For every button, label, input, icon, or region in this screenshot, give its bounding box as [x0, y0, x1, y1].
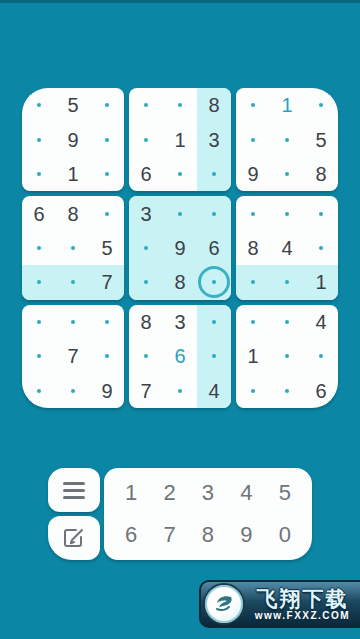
- user-number: 6: [174, 346, 185, 366]
- sudoku-app-screen: 59181361598685739688417983674416 1234567…: [0, 0, 360, 639]
- empty-cell-dot: [212, 172, 216, 176]
- cell-r2c5[interactable]: 1: [163, 122, 197, 156]
- given-number: 1: [315, 272, 326, 292]
- box-3-2: 83674: [129, 305, 231, 408]
- empty-cell-dot: [285, 354, 289, 358]
- cell-r7c7[interactable]: [236, 305, 270, 339]
- cell-r2c1[interactable]: [22, 122, 56, 156]
- empty-cell-dot: [37, 138, 41, 142]
- cell-r3c1[interactable]: [22, 157, 56, 191]
- cell-r6c8[interactable]: [270, 265, 304, 299]
- given-number: 7: [67, 346, 78, 366]
- cell-r9c9[interactable]: 6: [304, 374, 338, 408]
- cell-r8c3[interactable]: [90, 339, 124, 373]
- cell-r7c3[interactable]: [90, 305, 124, 339]
- cell-r4c2[interactable]: 8: [56, 196, 90, 230]
- cell-r7c9[interactable]: 4: [304, 305, 338, 339]
- cell-r7c6[interactable]: [197, 305, 231, 339]
- cell-r7c4[interactable]: 8: [129, 305, 163, 339]
- empty-cell-dot: [144, 103, 148, 107]
- empty-cell-dot: [37, 172, 41, 176]
- given-number: 5: [67, 95, 78, 115]
- empty-cell-dot: [105, 320, 109, 324]
- given-number: 7: [140, 381, 151, 401]
- given-number: 6: [140, 164, 151, 184]
- given-number: 8: [67, 204, 78, 224]
- empty-cell-dot: [37, 354, 41, 358]
- given-number: 3: [208, 130, 219, 150]
- cell-r3c6[interactable]: [197, 157, 231, 191]
- cell-r9c3[interactable]: 9: [90, 374, 124, 408]
- menu-button[interactable]: [48, 468, 100, 512]
- given-number: 4: [208, 381, 219, 401]
- empty-cell-dot: [251, 280, 255, 284]
- given-number: 7: [101, 272, 112, 292]
- cell-r2c8[interactable]: [270, 122, 304, 156]
- watermark-title: 飞翔下载: [257, 588, 349, 609]
- selection-ring: [198, 266, 230, 298]
- number-keypad: 1234567890: [104, 468, 312, 560]
- empty-cell-dot: [251, 103, 255, 107]
- empty-cell-dot: [178, 212, 182, 216]
- cell-r1c3[interactable]: [90, 88, 124, 122]
- given-number: 3: [174, 312, 185, 332]
- pencil-edit-icon: [62, 526, 86, 550]
- cell-r6c9[interactable]: 1: [304, 265, 338, 299]
- given-number: 1: [174, 130, 185, 150]
- empty-cell-dot: [319, 103, 323, 107]
- cell-r4c4[interactable]: 3: [129, 196, 163, 230]
- cell-r6c6[interactable]: [197, 265, 231, 299]
- empty-cell-dot: [37, 246, 41, 250]
- empty-cell-dot: [212, 354, 216, 358]
- cell-r5c6[interactable]: 6: [197, 231, 231, 265]
- given-number: 4: [281, 238, 292, 258]
- empty-cell-dot: [37, 280, 41, 284]
- cell-r9c7[interactable]: [236, 374, 270, 408]
- cell-r9c1[interactable]: [22, 374, 56, 408]
- given-number: 3: [140, 204, 151, 224]
- cell-r1c9[interactable]: [304, 88, 338, 122]
- cell-r2c7[interactable]: [236, 122, 270, 156]
- watermark-text: 飞翔下载 www.FXXZ.COM: [245, 588, 360, 621]
- key-2[interactable]: 2: [150, 472, 188, 514]
- cell-r1c6[interactable]: 8: [197, 88, 231, 122]
- empty-cell-dot: [105, 103, 109, 107]
- empty-cell-dot: [178, 103, 182, 107]
- empty-cell-dot: [251, 212, 255, 216]
- empty-cell-dot: [251, 138, 255, 142]
- empty-cell-dot: [178, 172, 182, 176]
- empty-cell-dot: [71, 320, 75, 324]
- cell-r6c4[interactable]: [129, 265, 163, 299]
- cell-r3c2[interactable]: 1: [56, 157, 90, 191]
- given-number: 8: [140, 312, 151, 332]
- cell-r6c7[interactable]: [236, 265, 270, 299]
- key-4[interactable]: 4: [227, 472, 265, 514]
- empty-cell-dot: [37, 103, 41, 107]
- given-number: 9: [247, 164, 258, 184]
- cell-r7c5[interactable]: 3: [163, 305, 197, 339]
- cell-r2c4[interactable]: [129, 122, 163, 156]
- cell-r4c3[interactable]: [90, 196, 124, 230]
- given-number: 9: [174, 238, 185, 258]
- given-number: 9: [67, 130, 78, 150]
- cell-r5c1[interactable]: [22, 231, 56, 265]
- cell-r5c5[interactable]: 9: [163, 231, 197, 265]
- given-number: 6: [208, 238, 219, 258]
- empty-cell-dot: [144, 246, 148, 250]
- cell-r1c8[interactable]: 1: [270, 88, 304, 122]
- empty-cell-dot: [285, 212, 289, 216]
- watermark-url: www.FXXZ.COM: [255, 611, 350, 621]
- cell-r8c6[interactable]: [197, 339, 231, 373]
- key-5[interactable]: 5: [266, 472, 304, 514]
- cell-r8c5[interactable]: 6: [163, 339, 197, 373]
- empty-cell-dot: [285, 389, 289, 393]
- box-3-1: 79: [22, 305, 124, 408]
- box-1-1: 591: [22, 88, 124, 191]
- cell-r1c2[interactable]: 5: [56, 88, 90, 122]
- cell-r3c5[interactable]: [163, 157, 197, 191]
- cell-r9c8[interactable]: [270, 374, 304, 408]
- empty-cell-dot: [71, 280, 75, 284]
- watermark-logo-icon: [203, 583, 245, 625]
- cell-r1c7[interactable]: [236, 88, 270, 122]
- empty-cell-dot: [285, 172, 289, 176]
- cell-r1c1[interactable]: [22, 88, 56, 122]
- cell-r7c1[interactable]: [22, 305, 56, 339]
- empty-cell-dot: [285, 138, 289, 142]
- cell-r8c7[interactable]: 1: [236, 339, 270, 373]
- cell-r4c1[interactable]: 6: [22, 196, 56, 230]
- cell-r9c6[interactable]: 4: [197, 374, 231, 408]
- empty-cell-dot: [319, 246, 323, 250]
- given-number: 8: [315, 164, 326, 184]
- cell-r8c8[interactable]: [270, 339, 304, 373]
- notes-edit-button[interactable]: [48, 516, 100, 560]
- empty-cell-dot: [212, 320, 216, 324]
- cell-r8c1[interactable]: [22, 339, 56, 373]
- box-2-1: 6857: [22, 196, 124, 299]
- cell-r7c8[interactable]: [270, 305, 304, 339]
- box-2-3: 841: [236, 196, 338, 299]
- cell-r5c7[interactable]: 8: [236, 231, 270, 265]
- key-0[interactable]: 0: [266, 514, 304, 556]
- given-number: 1: [67, 164, 78, 184]
- given-number: 6: [315, 381, 326, 401]
- given-number: 8: [174, 272, 185, 292]
- empty-cell-dot: [178, 389, 182, 393]
- cell-r3c9[interactable]: 8: [304, 157, 338, 191]
- box-1-3: 1598: [236, 88, 338, 191]
- cell-r9c2[interactable]: [56, 374, 90, 408]
- watermark-badge: 飞翔下载 www.FXXZ.COM: [199, 580, 360, 628]
- empty-cell-dot: [105, 354, 109, 358]
- empty-cell-dot: [144, 138, 148, 142]
- empty-cell-dot: [285, 280, 289, 284]
- cell-r4c5[interactable]: [163, 196, 197, 230]
- cell-r6c3[interactable]: 7: [90, 265, 124, 299]
- empty-cell-dot: [105, 138, 109, 142]
- given-number: 5: [101, 238, 112, 258]
- cell-r3c8[interactable]: [270, 157, 304, 191]
- cell-r9c4[interactable]: 7: [129, 374, 163, 408]
- key-7[interactable]: 7: [150, 514, 188, 556]
- cell-r1c4[interactable]: [129, 88, 163, 122]
- cell-r3c7[interactable]: 9: [236, 157, 270, 191]
- box-3-3: 416: [236, 305, 338, 408]
- given-number: 1: [247, 346, 258, 366]
- empty-cell-dot: [319, 212, 323, 216]
- key-3[interactable]: 3: [189, 472, 227, 514]
- cell-r8c9[interactable]: [304, 339, 338, 373]
- key-8[interactable]: 8: [189, 514, 227, 556]
- empty-cell-dot: [37, 320, 41, 324]
- cell-r5c8[interactable]: 4: [270, 231, 304, 265]
- cell-r5c9[interactable]: [304, 231, 338, 265]
- cell-r5c4[interactable]: [129, 231, 163, 265]
- given-number: 6: [33, 204, 44, 224]
- empty-cell-dot: [251, 389, 255, 393]
- cell-r2c2[interactable]: 9: [56, 122, 90, 156]
- empty-cell-dot: [71, 246, 75, 250]
- cell-r3c4[interactable]: 6: [129, 157, 163, 191]
- given-number: 5: [315, 130, 326, 150]
- cell-r4c6[interactable]: [197, 196, 231, 230]
- cell-r6c1[interactable]: [22, 265, 56, 299]
- cell-r8c4[interactable]: [129, 339, 163, 373]
- cell-r7c2[interactable]: [56, 305, 90, 339]
- status-bar: [0, 0, 360, 3]
- empty-cell-dot: [105, 172, 109, 176]
- cell-r9c5[interactable]: [163, 374, 197, 408]
- key-6[interactable]: 6: [112, 514, 150, 556]
- empty-cell-dot: [212, 212, 216, 216]
- box-1-2: 8136: [129, 88, 231, 191]
- cell-r4c8[interactable]: [270, 196, 304, 230]
- sudoku-board: 59181361598685739688417983674416: [22, 88, 338, 408]
- key-1[interactable]: 1: [112, 472, 150, 514]
- cell-r2c9[interactable]: 5: [304, 122, 338, 156]
- cell-r8c2[interactable]: 7: [56, 339, 90, 373]
- empty-cell-dot: [319, 354, 323, 358]
- given-number: 4: [315, 312, 326, 332]
- cell-r2c6[interactable]: 3: [197, 122, 231, 156]
- empty-cell-dot: [285, 320, 289, 324]
- empty-cell-dot: [71, 389, 75, 393]
- cell-r3c3[interactable]: [90, 157, 124, 191]
- empty-cell-dot: [144, 280, 148, 284]
- hamburger-icon: [63, 482, 85, 499]
- cell-r6c5[interactable]: 8: [163, 265, 197, 299]
- key-9[interactable]: 9: [227, 514, 265, 556]
- empty-cell-dot: [37, 389, 41, 393]
- user-number: 1: [281, 95, 292, 115]
- cell-r2c3[interactable]: [90, 122, 124, 156]
- empty-cell-dot: [105, 212, 109, 216]
- cell-r1c5[interactable]: [163, 88, 197, 122]
- cell-r6c2[interactable]: [56, 265, 90, 299]
- cell-r5c2[interactable]: [56, 231, 90, 265]
- given-number: 8: [208, 95, 219, 115]
- given-number: 9: [101, 381, 112, 401]
- cell-r4c9[interactable]: [304, 196, 338, 230]
- cell-r4c7[interactable]: [236, 196, 270, 230]
- cell-r5c3[interactable]: 5: [90, 231, 124, 265]
- empty-cell-dot: [251, 320, 255, 324]
- empty-cell-dot: [144, 354, 148, 358]
- box-2-2: 3968: [129, 196, 231, 299]
- given-number: 8: [247, 238, 258, 258]
